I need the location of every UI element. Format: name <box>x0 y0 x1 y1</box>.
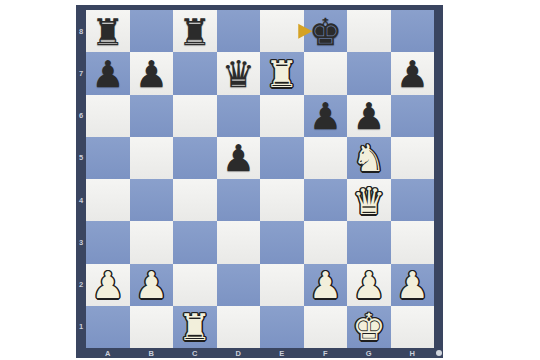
square-g4[interactable]: ♛ <box>347 179 391 221</box>
square-e2[interactable] <box>260 264 304 306</box>
square-h7[interactable]: ♟ <box>391 52 435 94</box>
rank-labels: 87654321 <box>76 10 86 348</box>
square-d8[interactable] <box>217 10 261 52</box>
piece-black-pawn[interactable]: ♟ <box>352 98 385 135</box>
square-g1[interactable]: ♚ <box>347 306 391 348</box>
square-d4[interactable] <box>217 179 261 221</box>
square-e1[interactable] <box>260 306 304 348</box>
piece-white-pawn[interactable]: ♟ <box>91 267 124 304</box>
square-a6[interactable] <box>86 95 130 137</box>
square-a2[interactable]: ♟ <box>86 264 130 306</box>
square-d7[interactable]: ♛ <box>217 52 261 94</box>
rank-label-5: 5 <box>76 137 86 179</box>
square-d3[interactable] <box>217 221 261 263</box>
square-h2[interactable]: ♟ <box>391 264 435 306</box>
square-a4[interactable] <box>86 179 130 221</box>
square-f1[interactable] <box>304 306 348 348</box>
piece-black-pawn[interactable]: ♟ <box>135 56 168 93</box>
file-label-g: G <box>347 348 391 358</box>
rank-label-1: 1 <box>76 306 86 348</box>
square-b7[interactable]: ♟ <box>130 52 174 94</box>
square-c7[interactable] <box>173 52 217 94</box>
file-label-b: B <box>130 348 174 358</box>
piece-white-pawn[interactable]: ♟ <box>396 267 429 304</box>
square-f5[interactable] <box>304 137 348 179</box>
page: 87654321 ♜♜♚♟♟♛♜♟♟♟♟♞♛♟♟♟♟♟♜♚ ABCDEFGH <box>0 0 540 360</box>
piece-black-queen[interactable]: ♛ <box>222 56 255 93</box>
square-f8[interactable]: ♚ <box>304 10 348 52</box>
piece-black-pawn[interactable]: ♟ <box>91 56 124 93</box>
square-e7[interactable]: ♜ <box>260 52 304 94</box>
rank-label-8: 8 <box>76 10 86 52</box>
square-a8[interactable]: ♜ <box>86 10 130 52</box>
square-c5[interactable] <box>173 137 217 179</box>
square-h6[interactable] <box>391 95 435 137</box>
square-g5[interactable]: ♞ <box>347 137 391 179</box>
square-a5[interactable] <box>86 137 130 179</box>
square-h4[interactable] <box>391 179 435 221</box>
square-f6[interactable]: ♟ <box>304 95 348 137</box>
file-label-h: H <box>391 348 435 358</box>
square-d6[interactable] <box>217 95 261 137</box>
square-b4[interactable] <box>130 179 174 221</box>
square-c4[interactable] <box>173 179 217 221</box>
square-b6[interactable] <box>130 95 174 137</box>
file-label-e: E <box>260 348 304 358</box>
piece-white-rook[interactable]: ♜ <box>265 56 298 93</box>
piece-white-pawn[interactable]: ♟ <box>309 267 342 304</box>
file-label-d: D <box>217 348 261 358</box>
square-g7[interactable] <box>347 52 391 94</box>
piece-black-pawn[interactable]: ♟ <box>309 98 342 135</box>
square-d5[interactable]: ♟ <box>217 137 261 179</box>
square-g6[interactable]: ♟ <box>347 95 391 137</box>
side-to-move-indicator <box>436 350 442 356</box>
piece-white-pawn[interactable]: ♟ <box>352 267 385 304</box>
square-d1[interactable] <box>217 306 261 348</box>
square-f4[interactable] <box>304 179 348 221</box>
square-c2[interactable] <box>173 264 217 306</box>
square-b8[interactable] <box>130 10 174 52</box>
square-h1[interactable] <box>391 306 435 348</box>
piece-white-king[interactable]: ♚ <box>352 309 385 346</box>
square-f3[interactable] <box>304 221 348 263</box>
chess-board-frame: 87654321 ♜♜♚♟♟♛♜♟♟♟♟♞♛♟♟♟♟♟♜♚ ABCDEFGH <box>76 5 443 358</box>
square-c3[interactable] <box>173 221 217 263</box>
piece-white-queen[interactable]: ♛ <box>352 183 385 220</box>
file-label-a: A <box>86 348 130 358</box>
piece-white-pawn[interactable]: ♟ <box>135 267 168 304</box>
piece-black-pawn[interactable]: ♟ <box>222 140 255 177</box>
square-e6[interactable] <box>260 95 304 137</box>
rank-label-3: 3 <box>76 221 86 263</box>
square-e8[interactable] <box>260 10 304 52</box>
square-h3[interactable] <box>391 221 435 263</box>
rank-label-4: 4 <box>76 179 86 221</box>
file-label-c: C <box>173 348 217 358</box>
file-labels: ABCDEFGH <box>86 348 434 358</box>
piece-black-pawn[interactable]: ♟ <box>396 56 429 93</box>
piece-white-rook[interactable]: ♜ <box>178 309 211 346</box>
square-a1[interactable] <box>86 306 130 348</box>
square-g2[interactable]: ♟ <box>347 264 391 306</box>
square-e4[interactable] <box>260 179 304 221</box>
piece-white-knight[interactable]: ♞ <box>352 140 385 177</box>
square-a3[interactable] <box>86 221 130 263</box>
file-label-f: F <box>304 348 348 358</box>
square-h5[interactable] <box>391 137 435 179</box>
square-f2[interactable]: ♟ <box>304 264 348 306</box>
board-grid[interactable]: ♜♜♚♟♟♛♜♟♟♟♟♞♛♟♟♟♟♟♜♚ <box>86 10 434 348</box>
square-d2[interactable] <box>217 264 261 306</box>
square-g8[interactable] <box>347 10 391 52</box>
square-b3[interactable] <box>130 221 174 263</box>
square-c6[interactable] <box>173 95 217 137</box>
piece-black-rook[interactable]: ♜ <box>91 14 124 51</box>
square-b2[interactable]: ♟ <box>130 264 174 306</box>
square-f7[interactable] <box>304 52 348 94</box>
square-b1[interactable] <box>130 306 174 348</box>
rank-label-2: 2 <box>76 264 86 306</box>
square-e3[interactable] <box>260 221 304 263</box>
piece-black-king[interactable]: ♚ <box>309 14 342 51</box>
square-g3[interactable] <box>347 221 391 263</box>
rank-label-6: 6 <box>76 95 86 137</box>
piece-black-rook[interactable]: ♜ <box>178 14 211 51</box>
square-c1[interactable]: ♜ <box>173 306 217 348</box>
square-a7[interactable]: ♟ <box>86 52 130 94</box>
square-e5[interactable] <box>260 137 304 179</box>
square-c8[interactable]: ♜ <box>173 10 217 52</box>
square-h8[interactable] <box>391 10 435 52</box>
rank-label-7: 7 <box>76 52 86 94</box>
square-b5[interactable] <box>130 137 174 179</box>
